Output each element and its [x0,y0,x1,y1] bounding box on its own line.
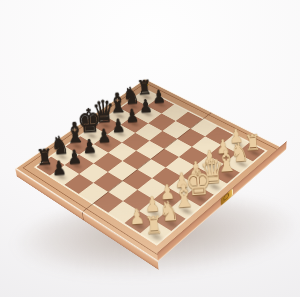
chess-piece-black-pawn-h7: ♟ [42,157,77,179]
chess-board: ♜♞♝♛♚♝♞♜♟♟♟♟♟♟♟♟♟♟♟♟♟♟♟♟♜♞♝♛♚♝♞♜ [15,79,286,262]
chess-piece-white-rook-h1: ♜ [135,212,173,239]
board-top-face: ♜♞♝♛♚♝♞♜♟♟♟♟♟♟♟♟♟♟♟♟♟♟♟♟♜♞♝♛♚♝♞♜ [15,79,286,262]
camera-tilt-wrapper: ♜♞♝♛♚♝♞♜♟♟♟♟♟♟♟♟♟♟♟♟♟♟♟♟♜♞♝♛♚♝♞♜ [0,0,300,297]
perspective-container: ♜♞♝♛♚♝♞♜♟♟♟♟♟♟♟♟♟♟♟♟♟♟♟♟♜♞♝♛♚♝♞♜ [0,0,300,297]
product-photo: ♜♞♝♛♚♝♞♜♟♟♟♟♟♟♟♟♟♟♟♟♟♟♟♟♜♞♝♛♚♝♞♜ [0,0,300,297]
brass-clasp-ring [223,192,228,202]
piece-layer: ♜♞♝♛♚♝♞♜♟♟♟♟♟♟♟♟♟♟♟♟♟♟♟♟♜♞♝♛♚♝♞♜ [34,89,268,246]
